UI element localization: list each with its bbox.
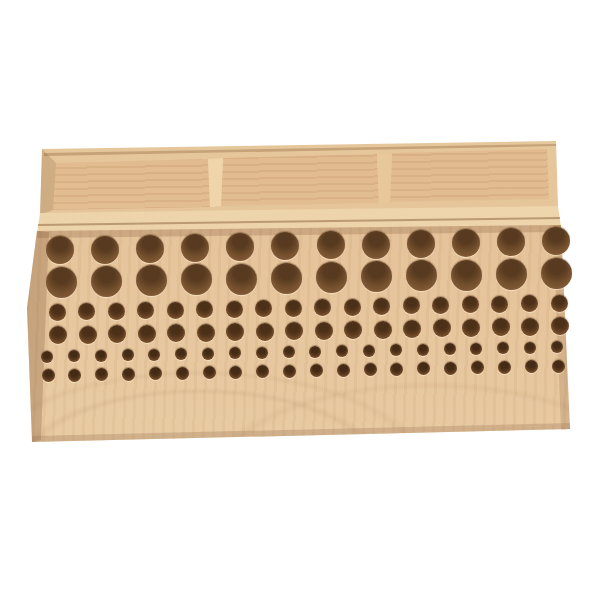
tool-hole bbox=[285, 300, 302, 317]
tool-hole bbox=[417, 362, 430, 375]
tool-hole bbox=[344, 299, 361, 316]
tool-hole bbox=[137, 302, 154, 319]
tool-hole bbox=[271, 263, 302, 294]
tool-hole bbox=[91, 266, 122, 297]
tool-hole bbox=[283, 365, 296, 378]
tool-hole bbox=[181, 234, 209, 262]
tool-hole bbox=[309, 346, 321, 358]
tool-hole bbox=[167, 324, 185, 342]
tool-hole bbox=[524, 342, 536, 354]
tool-hole bbox=[148, 349, 160, 361]
tool-hole bbox=[255, 300, 272, 317]
tool-holes-layer bbox=[0, 0, 600, 600]
tool-hole bbox=[167, 302, 184, 319]
tool-hole bbox=[256, 365, 269, 378]
tool-hole bbox=[403, 320, 421, 338]
tool-hole bbox=[79, 326, 97, 344]
tool-hole bbox=[551, 341, 563, 353]
tool-hole bbox=[552, 360, 565, 373]
tool-hole bbox=[433, 319, 451, 337]
tool-hole bbox=[181, 264, 212, 295]
tool-hole bbox=[444, 343, 456, 355]
tool-hole bbox=[551, 295, 568, 312]
tool-hole bbox=[521, 295, 538, 312]
tool-hole bbox=[229, 366, 242, 379]
tool-hole bbox=[197, 324, 215, 342]
product-photo bbox=[0, 0, 600, 600]
tool-hole bbox=[542, 227, 570, 255]
tool-hole bbox=[492, 318, 510, 336]
tool-hole bbox=[496, 259, 527, 290]
tool-hole bbox=[91, 236, 119, 264]
tool-hole bbox=[68, 369, 81, 382]
tool-hole bbox=[390, 344, 402, 356]
tool-hole bbox=[337, 364, 350, 377]
tool-hole bbox=[271, 232, 299, 260]
tool-hole bbox=[46, 236, 74, 264]
tool-hole bbox=[136, 235, 164, 263]
tool-hole bbox=[175, 348, 187, 360]
tool-hole bbox=[78, 303, 95, 320]
tool-hole bbox=[176, 367, 189, 380]
tool-hole bbox=[203, 366, 216, 379]
tool-hole bbox=[521, 318, 539, 336]
tool-hole bbox=[95, 350, 107, 362]
tool-hole bbox=[149, 367, 162, 380]
tool-hole bbox=[122, 349, 134, 361]
tool-hole bbox=[497, 342, 509, 354]
tool-hole bbox=[256, 347, 268, 359]
tool-hole bbox=[46, 267, 77, 298]
tool-hole bbox=[229, 347, 241, 359]
tool-hole bbox=[344, 321, 362, 339]
tool-hole bbox=[417, 344, 429, 356]
tool-hole bbox=[316, 262, 347, 293]
tool-hole bbox=[336, 345, 348, 357]
tool-hole bbox=[498, 361, 511, 374]
tool-hole bbox=[541, 258, 572, 289]
tool-hole bbox=[42, 369, 55, 382]
tool-hole bbox=[202, 348, 214, 360]
tool-hole bbox=[95, 368, 108, 381]
tool-hole bbox=[226, 301, 243, 318]
tool-hole bbox=[462, 319, 480, 337]
tool-hole bbox=[525, 360, 538, 373]
tool-hole bbox=[285, 322, 303, 340]
tool-hole bbox=[317, 231, 345, 259]
tool-hole bbox=[315, 322, 333, 340]
tool-hole bbox=[407, 230, 435, 258]
tool-hole bbox=[226, 323, 244, 341]
tool-hole bbox=[497, 228, 525, 256]
tool-hole bbox=[196, 301, 213, 318]
tool-hole bbox=[551, 317, 569, 335]
tool-hole bbox=[226, 264, 257, 295]
tool-hole bbox=[403, 297, 420, 314]
tool-hole bbox=[361, 261, 392, 292]
tool-hole bbox=[452, 229, 480, 257]
tool-hole bbox=[373, 298, 390, 315]
tool-hole bbox=[451, 260, 482, 291]
tool-hole bbox=[122, 368, 135, 381]
tool-hole bbox=[406, 260, 437, 291]
tool-hole bbox=[256, 323, 274, 341]
tool-hole bbox=[49, 326, 67, 344]
tool-hole bbox=[471, 361, 484, 374]
tool-hole bbox=[49, 304, 66, 321]
tool-hole bbox=[310, 364, 323, 377]
tool-hole bbox=[390, 363, 403, 376]
tool-hole bbox=[68, 350, 80, 362]
tool-hole bbox=[108, 325, 126, 343]
tool-hole bbox=[314, 299, 331, 316]
tool-hole bbox=[283, 346, 295, 358]
tool-hole bbox=[138, 325, 156, 343]
tool-hole bbox=[470, 343, 482, 355]
tool-hole bbox=[226, 233, 254, 261]
tool-hole bbox=[41, 351, 53, 363]
tool-hole bbox=[462, 296, 479, 313]
tool-hole bbox=[374, 321, 392, 339]
tool-hole bbox=[491, 296, 508, 313]
tool-hole bbox=[363, 345, 375, 357]
tool-hole bbox=[364, 363, 377, 376]
tool-hole bbox=[136, 265, 167, 296]
tool-hole bbox=[432, 297, 449, 314]
tool-hole bbox=[444, 362, 457, 375]
tool-hole bbox=[108, 303, 125, 320]
tool-hole bbox=[362, 231, 390, 259]
